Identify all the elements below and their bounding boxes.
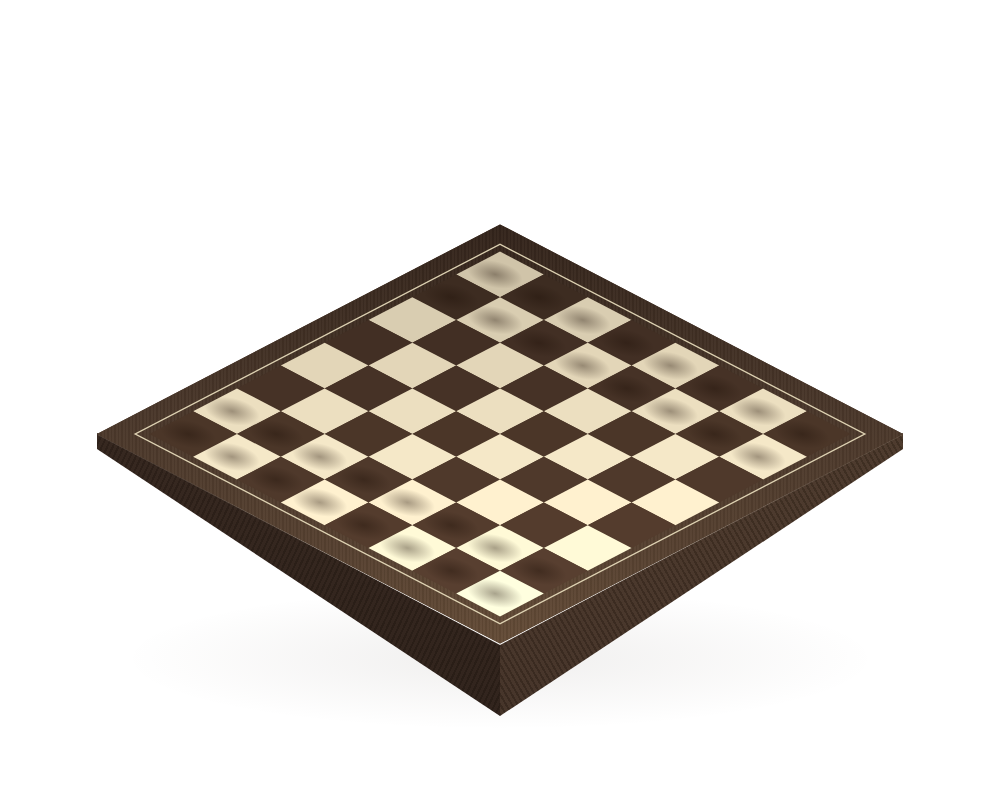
scene: ♜♞♝♛♚♝♞♜♟♟♟♟♟♟♟♟♟♟♟♟♟♟♟♟♜♞♝♛♚♝♞♜	[0, 0, 1000, 800]
chess-board: ♜♞♝♛♚♝♞♜♟♟♟♟♟♟♟♟♟♟♟♟♟♟♟♟♜♞♝♛♚♝♞♜	[97, 224, 903, 643]
board-grid: ♜♞♝♛♚♝♞♜♟♟♟♟♟♟♟♟♟♟♟♟♟♟♟♟♜♞♝♛♚♝♞♜	[149, 252, 850, 617]
